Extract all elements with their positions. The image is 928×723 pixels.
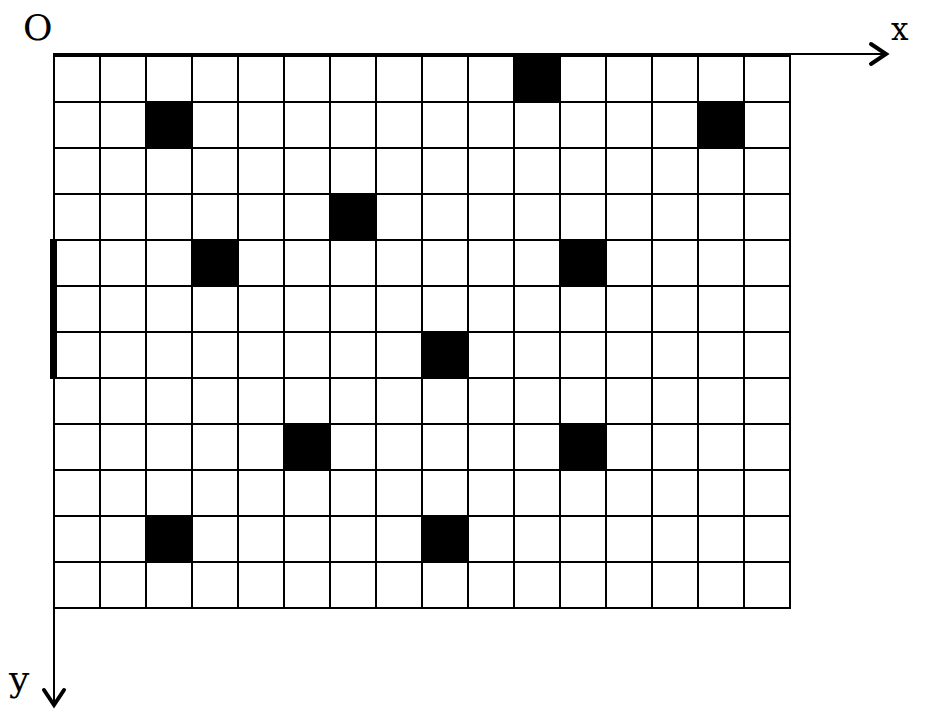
grid-cell — [147, 241, 193, 287]
grid-cell — [653, 563, 699, 609]
grid-cell — [653, 241, 699, 287]
grid-cell — [55, 287, 101, 333]
grid-cell — [745, 103, 791, 149]
grid-cell — [239, 287, 285, 333]
grid-cell — [423, 563, 469, 609]
grid-cell — [745, 333, 791, 379]
grid-cell — [699, 287, 745, 333]
grid-cell — [55, 333, 101, 379]
grid-cell — [239, 425, 285, 471]
grid-cell — [699, 149, 745, 195]
grid-cell — [55, 425, 101, 471]
grid-cell — [607, 149, 653, 195]
grid-cell — [193, 287, 239, 333]
grid-cell — [423, 471, 469, 517]
grid-cell — [285, 103, 331, 149]
grid-cell-filled — [147, 103, 193, 149]
grid-cell — [101, 563, 147, 609]
grid-cell — [745, 425, 791, 471]
grid-cell — [515, 425, 561, 471]
grid-cell — [193, 517, 239, 563]
grid-cell — [607, 333, 653, 379]
grid-cell — [561, 287, 607, 333]
grid-cell — [101, 425, 147, 471]
grid-cell — [515, 379, 561, 425]
grid-cell — [285, 287, 331, 333]
grid-cell — [55, 195, 101, 241]
grid-cell — [699, 241, 745, 287]
grid-cell — [193, 57, 239, 103]
grid-cell — [285, 517, 331, 563]
figure-canvas: O x y — [0, 0, 928, 723]
grid-cell — [193, 425, 239, 471]
grid-cell — [423, 103, 469, 149]
grid-cell — [653, 57, 699, 103]
grid-board — [53, 55, 791, 609]
grid-cell — [745, 563, 791, 609]
grid-cell — [653, 195, 699, 241]
grid-cell — [423, 287, 469, 333]
grid-cell — [239, 103, 285, 149]
grid-cell — [239, 241, 285, 287]
grid-cell — [745, 471, 791, 517]
grid-cell — [653, 379, 699, 425]
grid-cell — [469, 379, 515, 425]
grid-cell — [377, 333, 423, 379]
grid-cell — [561, 471, 607, 517]
bold-left-edge-segment — [50, 239, 57, 379]
grid-cell-filled — [699, 103, 745, 149]
grid-cell — [607, 563, 653, 609]
grid-cell — [745, 241, 791, 287]
grid-cell — [101, 517, 147, 563]
grid-cell-filled — [561, 425, 607, 471]
grid-cell — [285, 471, 331, 517]
grid-cell — [331, 149, 377, 195]
grid-cell — [607, 241, 653, 287]
grid-cell — [745, 379, 791, 425]
grid-cell — [101, 103, 147, 149]
grid-cell — [561, 333, 607, 379]
grid-cell — [699, 333, 745, 379]
grid-cell — [423, 57, 469, 103]
grid-cell — [55, 149, 101, 195]
grid-cell — [745, 517, 791, 563]
grid-cell — [469, 57, 515, 103]
grid-cell — [377, 425, 423, 471]
grid-cell — [469, 149, 515, 195]
grid-cell — [331, 287, 377, 333]
grid-cell — [55, 241, 101, 287]
grid-cell-filled — [423, 333, 469, 379]
grid-cell — [239, 471, 285, 517]
grid-cell — [331, 425, 377, 471]
grid-cell — [469, 287, 515, 333]
grid-cell — [193, 195, 239, 241]
grid-cell — [515, 517, 561, 563]
grid-cell — [285, 57, 331, 103]
grid-cell — [377, 103, 423, 149]
grid-cell — [331, 103, 377, 149]
grid-cell — [607, 379, 653, 425]
grid-cell — [515, 103, 561, 149]
grid-cell — [699, 563, 745, 609]
grid-cell — [607, 195, 653, 241]
grid-cell — [193, 103, 239, 149]
grid-cell — [699, 57, 745, 103]
grid-cell — [653, 517, 699, 563]
grid-cell-filled — [423, 517, 469, 563]
grid-cell — [561, 379, 607, 425]
grid-cell — [377, 379, 423, 425]
x-axis-arrowhead-icon — [871, 44, 886, 64]
x-axis-label: x — [891, 14, 908, 45]
grid-cell — [607, 103, 653, 149]
grid-cell — [653, 287, 699, 333]
grid-cell — [699, 379, 745, 425]
grid-cell — [147, 425, 193, 471]
grid-cell — [561, 563, 607, 609]
grid-cell — [193, 471, 239, 517]
grid-cell — [55, 517, 101, 563]
grid-cell — [239, 379, 285, 425]
grid-cell — [193, 563, 239, 609]
grid-cell — [653, 471, 699, 517]
grid-cell — [377, 149, 423, 195]
grid-cell — [55, 563, 101, 609]
grid-cell — [239, 57, 285, 103]
grid-cell — [515, 471, 561, 517]
grid-cell — [561, 103, 607, 149]
grid-cell — [469, 563, 515, 609]
grid-cell-filled — [331, 195, 377, 241]
grid-cell — [699, 425, 745, 471]
grid-cell — [101, 287, 147, 333]
grid-cell — [561, 195, 607, 241]
grid-cell — [745, 195, 791, 241]
grid-cell — [101, 241, 147, 287]
grid-cell — [101, 471, 147, 517]
grid-cell — [147, 333, 193, 379]
grid-cell — [331, 517, 377, 563]
grid-cell-filled — [193, 241, 239, 287]
grid-cell — [469, 333, 515, 379]
grid-cell — [561, 149, 607, 195]
grid-cell — [469, 241, 515, 287]
grid-cell — [469, 471, 515, 517]
grid-cell — [607, 471, 653, 517]
grid-cell — [607, 517, 653, 563]
grid-cell — [285, 149, 331, 195]
grid-cell-filled — [147, 517, 193, 563]
grid-cell — [469, 425, 515, 471]
grid-cell — [515, 563, 561, 609]
grid-cell — [469, 103, 515, 149]
grid-cell — [193, 149, 239, 195]
origin-label: O — [23, 10, 53, 46]
grid-cell — [377, 517, 423, 563]
grid-cell — [55, 471, 101, 517]
grid-cell — [515, 287, 561, 333]
grid-cell — [377, 195, 423, 241]
grid-cell — [331, 333, 377, 379]
grid-cell — [515, 333, 561, 379]
grid-cell — [331, 471, 377, 517]
grid-cell — [331, 57, 377, 103]
grid-cell — [285, 241, 331, 287]
grid-cell — [285, 379, 331, 425]
grid-cell — [607, 425, 653, 471]
grid-cell — [101, 149, 147, 195]
grid-cell — [239, 563, 285, 609]
grid-cell — [561, 517, 607, 563]
grid-cell — [699, 517, 745, 563]
grid-cell — [331, 241, 377, 287]
grid-cell — [423, 149, 469, 195]
grid-cell — [515, 195, 561, 241]
grid-cell — [699, 471, 745, 517]
grid-cell — [147, 195, 193, 241]
grid-cell-filled — [285, 425, 331, 471]
grid-cell — [147, 149, 193, 195]
grid-cell — [101, 57, 147, 103]
y-axis-arrowhead-icon — [44, 690, 64, 705]
grid-cell — [331, 379, 377, 425]
grid-cell — [377, 241, 423, 287]
grid-cell — [653, 333, 699, 379]
grid-cell — [55, 57, 101, 103]
grid-cell — [653, 425, 699, 471]
grid-cell — [285, 333, 331, 379]
grid-cell — [423, 195, 469, 241]
grid-cell — [239, 333, 285, 379]
grid-cell — [331, 563, 377, 609]
grid-cell-filled — [515, 57, 561, 103]
grid-cell — [101, 333, 147, 379]
grid-cell — [239, 195, 285, 241]
grid-cell — [239, 517, 285, 563]
grid-cell — [55, 379, 101, 425]
grid-cell — [285, 195, 331, 241]
grid-cell — [653, 149, 699, 195]
grid-cell — [423, 425, 469, 471]
grid-cell — [377, 563, 423, 609]
grid-cell — [607, 57, 653, 103]
grid-cell — [469, 195, 515, 241]
grid-cell — [423, 379, 469, 425]
grid-cell-filled — [561, 241, 607, 287]
grid-cell — [745, 149, 791, 195]
y-axis-label: y — [9, 661, 29, 697]
grid-cell — [377, 57, 423, 103]
grid-cell — [745, 287, 791, 333]
grid-cell — [147, 379, 193, 425]
grid-cell — [193, 379, 239, 425]
grid-cell — [423, 241, 469, 287]
grid-cell — [699, 195, 745, 241]
grid-cell — [147, 287, 193, 333]
grid-cell — [193, 333, 239, 379]
grid-cell — [515, 149, 561, 195]
grid-cell — [55, 103, 101, 149]
grid-cell — [377, 471, 423, 517]
grid-cell — [469, 517, 515, 563]
grid-cell — [147, 471, 193, 517]
grid-cell — [515, 241, 561, 287]
grid-cell — [377, 287, 423, 333]
grid-cell — [745, 57, 791, 103]
grid-cell — [239, 149, 285, 195]
grid-cell — [561, 57, 607, 103]
grid-cell — [147, 57, 193, 103]
grid-cell — [101, 379, 147, 425]
grid-cell — [285, 563, 331, 609]
grid-cell — [147, 563, 193, 609]
grid-cell — [607, 287, 653, 333]
grid-cell — [101, 195, 147, 241]
grid-cell — [653, 103, 699, 149]
